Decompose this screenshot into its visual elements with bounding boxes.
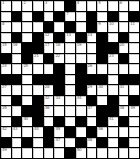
grid-cell[interactable] <box>87 1 97 11</box>
clue-number: 36 <box>45 106 50 110</box>
black-cell <box>97 75 107 85</box>
grid-cell[interactable]: 8 <box>1 22 11 32</box>
grid-cell[interactable] <box>65 85 75 95</box>
grid-cell[interactable]: 2 <box>22 1 32 11</box>
clue-number: 24 <box>2 64 7 68</box>
grid-cell[interactable]: 20 <box>119 43 129 53</box>
black-cell <box>108 96 118 106</box>
grid-cell[interactable] <box>44 148 54 158</box>
grid-cell[interactable]: 30 <box>97 85 107 95</box>
grid-cell[interactable] <box>65 43 75 53</box>
clue-number: 45 <box>55 127 60 131</box>
grid-cell[interactable]: 27 <box>1 85 11 95</box>
grid-cell[interactable] <box>108 75 118 85</box>
black-cell <box>44 54 54 64</box>
black-cell <box>33 106 43 116</box>
clue-number: 13 <box>66 33 71 37</box>
grid-cell[interactable] <box>129 54 139 64</box>
grid-cell[interactable]: 41 <box>108 117 118 127</box>
grid-cell[interactable] <box>97 64 107 74</box>
grid-cell[interactable] <box>108 33 118 43</box>
grid-cell[interactable] <box>97 148 107 158</box>
grid-cell[interactable]: 17 <box>44 43 54 53</box>
clue-number: 48 <box>88 138 93 142</box>
black-cell <box>22 138 32 148</box>
black-cell <box>97 117 107 127</box>
grid-cell[interactable] <box>129 43 139 53</box>
grid-cell[interactable]: 26 <box>87 64 97 74</box>
grid-cell[interactable] <box>97 12 107 22</box>
grid-cell[interactable]: 7 <box>65 12 75 22</box>
grid-cell[interactable] <box>129 33 139 43</box>
clue-number: 44 <box>34 127 39 131</box>
clue-number: 10 <box>109 22 114 26</box>
black-cell <box>97 106 107 116</box>
grid-cell[interactable]: 48 <box>87 138 97 148</box>
grid-cell[interactable]: 12 <box>44 33 54 43</box>
grid-cell[interactable] <box>22 148 32 158</box>
grid-cell[interactable] <box>129 64 139 74</box>
black-cell <box>22 106 32 116</box>
grid-cell[interactable] <box>129 85 139 95</box>
grid-cell[interactable]: 14 <box>87 33 97 43</box>
clue-number: 30 <box>98 85 103 89</box>
grid-cell[interactable] <box>1 12 11 22</box>
grid-cell[interactable]: 10 <box>108 22 118 32</box>
grid-cell[interactable] <box>119 148 129 158</box>
grid-cell[interactable]: 28 <box>44 85 54 95</box>
black-cell <box>1 138 11 148</box>
clue-number: 15 <box>2 43 7 47</box>
grid-cell[interactable] <box>22 127 32 137</box>
grid-cell[interactable] <box>12 138 22 148</box>
grid-cell[interactable] <box>87 54 97 64</box>
grid-cell[interactable]: 29 <box>87 85 97 95</box>
black-cell <box>12 33 22 43</box>
grid-cell[interactable]: 46 <box>97 127 107 137</box>
grid-cell[interactable]: 1 <box>1 1 11 11</box>
grid-cell[interactable] <box>65 138 75 148</box>
black-cell <box>76 138 86 148</box>
clue-number: 47 <box>55 138 60 142</box>
black-cell <box>76 117 86 127</box>
clue-number: 27 <box>2 85 7 89</box>
black-cell <box>108 43 118 53</box>
black-cell <box>87 127 97 137</box>
grid-cell[interactable]: 24 <box>1 64 11 74</box>
black-cell <box>65 22 75 32</box>
grid-cell[interactable]: 42 <box>1 127 11 137</box>
black-cell <box>44 127 54 137</box>
grid-cell[interactable]: 34 <box>76 96 86 106</box>
clue-number: 11 <box>130 22 135 26</box>
black-cell <box>54 12 64 22</box>
grid-cell[interactable] <box>12 148 22 158</box>
grid-cell[interactable] <box>87 117 97 127</box>
grid-cell[interactable] <box>22 33 32 43</box>
grid-cell[interactable]: 45 <box>54 127 64 137</box>
clue-number: 42 <box>2 127 7 131</box>
grid-cell[interactable] <box>12 54 22 64</box>
black-cell <box>33 75 43 85</box>
grid-cell[interactable] <box>65 96 75 106</box>
clue-number: 7 <box>66 12 68 16</box>
black-cell <box>97 54 107 64</box>
grid-cell[interactable] <box>33 22 43 32</box>
grid-cell[interactable] <box>12 22 22 32</box>
clue-number: 43 <box>13 127 18 131</box>
black-cell <box>76 85 86 95</box>
clue-number: 35 <box>2 106 7 110</box>
grid-cell[interactable] <box>54 106 64 116</box>
grid-cell[interactable] <box>12 64 22 74</box>
grid-cell[interactable]: 43 <box>12 127 22 137</box>
black-cell <box>119 75 129 85</box>
clue-number: 20 <box>120 43 125 47</box>
clue-number: 26 <box>88 64 93 68</box>
black-cell <box>12 96 22 106</box>
clue-number: 14 <box>88 33 93 37</box>
black-cell <box>44 22 54 32</box>
grid-cell[interactable]: 31 <box>119 85 129 95</box>
grid-cell[interactable] <box>76 106 86 116</box>
clue-number: 40 <box>23 117 28 121</box>
grid-cell[interactable]: 36 <box>44 106 54 116</box>
grid-cell[interactable] <box>76 22 86 32</box>
clue-number: 12 <box>45 33 50 37</box>
clue-number: 33 <box>55 96 60 100</box>
grid-cell[interactable]: 11 <box>129 22 139 32</box>
black-cell <box>119 138 129 148</box>
grid-cell[interactable] <box>108 85 118 95</box>
black-cell <box>108 106 118 116</box>
grid-cell[interactable]: 3 <box>44 1 54 11</box>
black-cell <box>33 117 43 127</box>
clue-number: 8 <box>2 22 4 26</box>
grid-cell[interactable] <box>76 54 86 64</box>
clue-number: 1 <box>2 1 4 5</box>
black-cell <box>65 1 75 11</box>
black-cell <box>97 138 107 148</box>
grid-cell[interactable]: 47 <box>54 138 64 148</box>
clue-number: 28 <box>45 85 50 89</box>
clue-number: 37 <box>88 106 93 110</box>
grid-cell[interactable]: 13 <box>65 33 75 43</box>
grid-cell[interactable] <box>12 1 22 11</box>
grid-cell[interactable]: 19 <box>76 43 86 53</box>
black-cell <box>54 85 64 95</box>
grid-cell[interactable] <box>108 148 118 158</box>
grid-cell[interactable] <box>33 64 43 74</box>
grid-cell[interactable] <box>33 85 43 95</box>
grid-cell[interactable] <box>119 64 129 74</box>
black-cell <box>76 33 86 43</box>
black-cell <box>119 117 129 127</box>
black-cell <box>33 33 43 43</box>
grid-cell[interactable] <box>87 43 97 53</box>
grid-cell[interactable] <box>54 148 64 158</box>
black-cell <box>119 33 129 43</box>
grid-cell[interactable]: 44 <box>33 127 43 137</box>
grid-cell[interactable]: 50 <box>76 148 86 158</box>
grid-cell[interactable]: 4 <box>76 1 86 11</box>
clue-number: 38 <box>120 106 125 110</box>
crossword-grid: 1234567891011121314151617181920212223242… <box>0 0 140 159</box>
clue-number: 22 <box>55 54 60 58</box>
grid-cell[interactable]: 18 <box>54 43 64 53</box>
grid-cell[interactable] <box>119 127 129 137</box>
grid-cell[interactable] <box>76 12 86 22</box>
clue-number: 41 <box>109 117 114 121</box>
black-cell <box>12 12 22 22</box>
black-cell <box>22 43 32 53</box>
grid-cell[interactable] <box>65 106 75 116</box>
grid-cell[interactable] <box>22 12 32 22</box>
clue-number: 9 <box>98 22 100 26</box>
black-cell <box>65 148 75 158</box>
grid-cell[interactable] <box>129 1 139 11</box>
grid-cell[interactable] <box>44 117 54 127</box>
clue-number: 46 <box>98 127 103 131</box>
grid-cell[interactable] <box>54 1 64 11</box>
grid-cell[interactable] <box>33 1 43 11</box>
grid-cell[interactable] <box>44 12 54 22</box>
clue-number: 49 <box>2 148 7 152</box>
grid-cell[interactable] <box>119 12 129 22</box>
clue-number: 2 <box>23 1 25 5</box>
grid-cell[interactable]: 25 <box>22 64 32 74</box>
grid-cell[interactable] <box>33 148 43 158</box>
clue-number: 25 <box>23 64 28 68</box>
grid-cell[interactable]: 9 <box>97 22 107 32</box>
clue-number: 3 <box>45 1 47 5</box>
grid-cell[interactable]: 23 <box>108 54 118 64</box>
grid-cell[interactable]: 21 <box>33 54 43 64</box>
black-cell <box>33 12 43 22</box>
grid-cell[interactable] <box>129 127 139 137</box>
clue-number: 29 <box>88 85 93 89</box>
grid-cell[interactable]: 40 <box>22 117 32 127</box>
grid-cell[interactable] <box>1 33 11 43</box>
grid-cell[interactable] <box>108 138 118 148</box>
clue-number: 23 <box>109 54 114 58</box>
grid-cell[interactable] <box>108 127 118 137</box>
grid-cell[interactable]: 39 <box>129 106 139 116</box>
black-cell <box>22 54 32 64</box>
grid-cell[interactable] <box>22 96 32 106</box>
black-cell <box>76 75 86 85</box>
black-cell <box>33 96 43 106</box>
black-cell <box>33 43 43 53</box>
black-cell <box>129 75 139 85</box>
grid-cell[interactable]: 16 <box>12 43 22 53</box>
black-cell <box>1 54 11 64</box>
clue-number: 16 <box>13 43 18 47</box>
grid-cell[interactable] <box>22 22 32 32</box>
grid-cell[interactable] <box>33 138 43 148</box>
grid-cell[interactable] <box>129 148 139 158</box>
clue-number: 50 <box>77 148 82 152</box>
grid-cell[interactable] <box>54 22 64 32</box>
grid-cell[interactable] <box>129 138 139 148</box>
black-cell <box>65 127 75 137</box>
grid-cell[interactable] <box>76 127 86 137</box>
grid-cell[interactable] <box>87 148 97 158</box>
grid-cell[interactable] <box>65 75 75 85</box>
grid-cell[interactable] <box>12 106 22 116</box>
black-cell <box>119 54 129 64</box>
grid-cell[interactable]: 49 <box>1 148 11 158</box>
clue-number: 18 <box>55 43 60 47</box>
grid-cell[interactable]: 15 <box>1 43 11 53</box>
black-cell <box>44 75 54 85</box>
black-cell <box>44 138 54 148</box>
black-cell <box>87 22 97 32</box>
grid-cell[interactable] <box>1 117 11 127</box>
black-cell <box>108 12 118 22</box>
clue-number: 31 <box>120 85 125 89</box>
black-cell <box>97 43 107 53</box>
clue-number: 6 <box>120 1 122 5</box>
clue-number: 32 <box>45 96 50 100</box>
crossword-puzzle: 1234567891011121314151617181920212223242… <box>0 0 140 159</box>
grid-cell[interactable] <box>119 96 129 106</box>
grid-cell[interactable] <box>1 96 11 106</box>
grid-cell[interactable]: 38 <box>119 106 129 116</box>
grid-cell[interactable] <box>65 117 75 127</box>
grid-cell[interactable]: 5 <box>97 1 107 11</box>
clue-number: 5 <box>98 1 100 5</box>
clue-number: 17 <box>45 43 50 47</box>
black-cell <box>54 117 64 127</box>
black-cell <box>87 75 97 85</box>
grid-cell[interactable]: 22 <box>54 54 64 64</box>
grid-cell[interactable]: 37 <box>87 106 97 116</box>
black-cell <box>12 75 22 85</box>
clue-number: 19 <box>77 43 82 47</box>
grid-cell[interactable]: 6 <box>119 1 129 11</box>
grid-cell[interactable] <box>108 64 118 74</box>
grid-cell[interactable] <box>97 96 107 106</box>
grid-cell[interactable] <box>44 64 54 74</box>
grid-cell[interactable] <box>65 54 75 64</box>
grid-cell[interactable] <box>129 117 139 127</box>
black-cell <box>87 12 97 22</box>
grid-cell[interactable] <box>108 1 118 11</box>
clue-number: 34 <box>77 96 82 100</box>
grid-cell[interactable]: 33 <box>54 96 64 106</box>
black-cell <box>97 33 107 43</box>
grid-cell[interactable] <box>119 22 129 32</box>
black-cell <box>87 96 97 106</box>
grid-cell[interactable]: 32 <box>44 96 54 106</box>
clue-number: 39 <box>130 106 135 110</box>
black-cell <box>129 12 139 22</box>
black-cell <box>76 64 86 74</box>
black-cell <box>12 117 22 127</box>
grid-cell[interactable] <box>12 85 22 95</box>
black-cell <box>1 75 11 85</box>
clue-number: 4 <box>77 1 79 5</box>
black-cell <box>54 33 64 43</box>
black-cell <box>129 96 139 106</box>
grid-cell[interactable]: 35 <box>1 106 11 116</box>
grid-cell[interactable] <box>22 75 32 85</box>
black-cell <box>54 64 64 74</box>
grid-cell[interactable] <box>22 85 32 95</box>
clue-number: 21 <box>34 54 39 58</box>
black-cell <box>54 75 64 85</box>
grid-cell[interactable] <box>65 64 75 74</box>
